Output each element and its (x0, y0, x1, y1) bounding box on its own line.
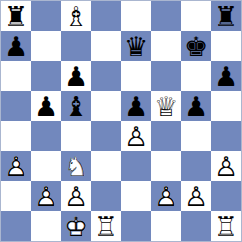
square-a6[interactable] (1, 61, 31, 91)
white-pawn-icon-fill: ♟ (151, 181, 181, 211)
black-rook-icon: ♜ (211, 1, 241, 31)
square-f5[interactable]: ♛♕ (151, 91, 181, 121)
white-pawn-icon: ♙ (31, 181, 61, 211)
black-pawn-icon: ♟ (31, 91, 61, 121)
white-pawn-icon-fill: ♟ (1, 151, 31, 181)
square-b7[interactable] (31, 31, 61, 61)
square-h1[interactable]: ♜♖ (211, 211, 241, 241)
white-pawn-icon-fill: ♟ (121, 121, 151, 151)
square-g6[interactable] (181, 61, 211, 91)
square-e1[interactable] (121, 211, 151, 241)
square-g8[interactable] (181, 1, 211, 31)
square-a8[interactable]: ♜ (1, 1, 31, 31)
square-c2[interactable]: ♟♙ (61, 181, 91, 211)
square-g3[interactable] (181, 151, 211, 181)
square-f1[interactable] (151, 211, 181, 241)
black-pawn-icon: ♟ (1, 31, 31, 61)
square-g2[interactable]: ♟♙ (181, 181, 211, 211)
square-b6[interactable] (31, 61, 61, 91)
square-g7[interactable]: ♚ (181, 31, 211, 61)
square-c7[interactable] (61, 31, 91, 61)
white-pawn-icon-fill: ♟ (211, 151, 241, 181)
square-b4[interactable] (31, 121, 61, 151)
white-rook-icon: ♖ (211, 211, 241, 241)
square-f4[interactable] (151, 121, 181, 151)
square-b1[interactable] (31, 211, 61, 241)
square-c1[interactable]: ♚♔ (61, 211, 91, 241)
square-f7[interactable] (151, 31, 181, 61)
black-pawn-icon: ♟ (181, 91, 211, 121)
square-b5[interactable]: ♟ (31, 91, 61, 121)
white-pawn-icon-fill: ♟ (181, 181, 211, 211)
white-pawn-icon-fill: ♟ (61, 181, 91, 211)
square-f6[interactable] (151, 61, 181, 91)
square-b8[interactable] (31, 1, 61, 31)
square-c6[interactable]: ♟ (61, 61, 91, 91)
white-king-icon: ♔ (61, 211, 91, 241)
black-pawn-icon: ♟ (121, 91, 151, 121)
white-pawn-icon: ♙ (151, 181, 181, 211)
white-pawn-icon: ♙ (181, 181, 211, 211)
square-e5[interactable]: ♟ (121, 91, 151, 121)
square-g5[interactable]: ♟ (181, 91, 211, 121)
square-a2[interactable] (1, 181, 31, 211)
square-h8[interactable]: ♜ (211, 1, 241, 31)
white-king-icon-fill: ♚ (61, 211, 91, 241)
white-pawn-icon: ♙ (61, 181, 91, 211)
square-a1[interactable] (1, 211, 31, 241)
square-a7[interactable]: ♟ (1, 31, 31, 61)
white-pawn-icon: ♙ (121, 121, 151, 151)
black-pawn-icon: ♟ (211, 61, 241, 91)
square-c5[interactable]: ♝ (61, 91, 91, 121)
square-d4[interactable] (91, 121, 121, 151)
square-f8[interactable] (151, 1, 181, 31)
square-d8[interactable] (91, 1, 121, 31)
square-e2[interactable] (121, 181, 151, 211)
square-e4[interactable]: ♟♙ (121, 121, 151, 151)
square-f2[interactable]: ♟♙ (151, 181, 181, 211)
square-e6[interactable] (121, 61, 151, 91)
black-rook-icon: ♜ (1, 1, 31, 31)
square-h3[interactable]: ♟♙ (211, 151, 241, 181)
square-h4[interactable] (211, 121, 241, 151)
black-queen-icon: ♛ (121, 31, 151, 61)
square-c3[interactable]: ♞♘ (61, 151, 91, 181)
square-b2[interactable]: ♟♙ (31, 181, 61, 211)
square-d5[interactable] (91, 91, 121, 121)
white-bishop-icon: ♗ (61, 1, 91, 31)
black-king-icon: ♚ (181, 31, 211, 61)
square-d1[interactable]: ♜♖ (91, 211, 121, 241)
white-rook-icon-fill: ♜ (211, 211, 241, 241)
square-d2[interactable] (91, 181, 121, 211)
white-knight-icon: ♘ (61, 151, 91, 181)
square-h6[interactable]: ♟ (211, 61, 241, 91)
square-a4[interactable] (1, 121, 31, 151)
square-a5[interactable] (1, 91, 31, 121)
white-rook-icon: ♖ (91, 211, 121, 241)
square-a3[interactable]: ♟♙ (1, 151, 31, 181)
square-e8[interactable] (121, 1, 151, 31)
square-h5[interactable] (211, 91, 241, 121)
square-g1[interactable] (181, 211, 211, 241)
chess-board: ♜♝♗♜♟♛♚♟♟♟♝♟♛♕♟♟♙♟♙♞♘♟♙♟♙♟♙♟♙♟♙♚♔♜♖♜♖ (0, 0, 242, 242)
square-d7[interactable] (91, 31, 121, 61)
square-f3[interactable] (151, 151, 181, 181)
black-bishop-icon: ♝ (61, 91, 91, 121)
square-d3[interactable] (91, 151, 121, 181)
white-pawn-icon: ♙ (211, 151, 241, 181)
white-knight-icon-fill: ♞ (61, 151, 91, 181)
square-c4[interactable] (61, 121, 91, 151)
white-rook-icon-fill: ♜ (91, 211, 121, 241)
square-e3[interactable] (121, 151, 151, 181)
white-queen-icon: ♕ (151, 91, 181, 121)
square-b3[interactable] (31, 151, 61, 181)
white-bishop-icon-fill: ♝ (61, 1, 91, 31)
square-e7[interactable]: ♛ (121, 31, 151, 61)
white-pawn-icon-fill: ♟ (31, 181, 61, 211)
square-d6[interactable] (91, 61, 121, 91)
square-h2[interactable] (211, 181, 241, 211)
square-c8[interactable]: ♝♗ (61, 1, 91, 31)
white-pawn-icon: ♙ (1, 151, 31, 181)
square-h7[interactable] (211, 31, 241, 61)
white-queen-icon-fill: ♛ (151, 91, 181, 121)
black-pawn-icon: ♟ (61, 61, 91, 91)
square-g4[interactable] (181, 121, 211, 151)
